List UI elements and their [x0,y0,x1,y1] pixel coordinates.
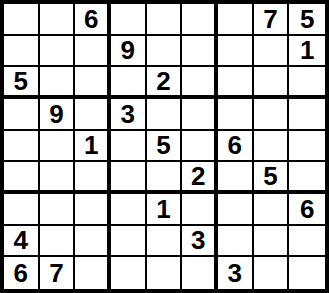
cell-r5c2[interactable] [40,131,76,163]
cell-r4c3[interactable] [75,99,111,131]
cell-r8c8[interactable] [254,226,290,258]
cell-r4c7[interactable] [218,99,254,131]
cell-r3c7[interactable] [218,67,254,99]
cell-r6c3[interactable] [75,162,111,194]
cell-r4c8[interactable] [254,99,290,131]
cell-r9c5[interactable] [147,257,183,289]
cell-r4c1[interactable] [4,99,40,131]
cell-r5c4[interactable] [111,131,147,163]
cell-r8c5[interactable] [147,226,183,258]
cell-r7c6[interactable] [182,194,218,226]
cell-r6c6[interactable]: 2 [182,162,218,194]
cell-r2c7[interactable] [218,36,254,68]
cell-r6c4[interactable] [111,162,147,194]
cell-r1c8[interactable]: 7 [254,4,290,36]
cell-r9c1[interactable]: 6 [4,257,40,289]
cell-r9c2[interactable]: 7 [40,257,76,289]
cell-r1c3[interactable]: 6 [75,4,111,36]
cell-r8c2[interactable] [40,226,76,258]
cell-r8c7[interactable] [218,226,254,258]
cell-r6c2[interactable] [40,162,76,194]
cell-r2c2[interactable] [40,36,76,68]
cell-r9c6[interactable] [182,257,218,289]
cell-r5c5[interactable]: 5 [147,131,183,163]
cell-r3c1[interactable]: 5 [4,67,40,99]
cell-r3c4[interactable] [111,67,147,99]
cell-r9c8[interactable] [254,257,290,289]
cell-r2c5[interactable] [147,36,183,68]
cell-r9c7[interactable]: 3 [218,257,254,289]
cell-r6c7[interactable] [218,162,254,194]
cell-r8c3[interactable] [75,226,111,258]
cell-r5c1[interactable] [4,131,40,163]
cell-r7c1[interactable] [4,194,40,226]
cell-r7c5[interactable]: 1 [147,194,183,226]
cell-r5c7[interactable]: 6 [218,131,254,163]
cell-r1c4[interactable] [111,4,147,36]
cell-r3c5[interactable]: 2 [147,67,183,99]
cell-r4c5[interactable] [147,99,183,131]
cell-r3c3[interactable] [75,67,111,99]
cell-r4c6[interactable] [182,99,218,131]
cell-r4c2[interactable]: 9 [40,99,76,131]
cell-r1c2[interactable] [40,4,76,36]
cell-r1c9[interactable]: 5 [289,4,325,36]
sudoku-board: 675915293156251643673 [0,0,329,293]
cell-r6c5[interactable] [147,162,183,194]
cell-r8c9[interactable] [289,226,325,258]
cell-r1c6[interactable] [182,4,218,36]
cell-r1c5[interactable] [147,4,183,36]
cell-r8c1[interactable]: 4 [4,226,40,258]
cell-r3c9[interactable] [289,67,325,99]
cell-r1c1[interactable] [4,4,40,36]
cell-r8c6[interactable]: 3 [182,226,218,258]
cell-r2c1[interactable] [4,36,40,68]
cell-r4c9[interactable] [289,99,325,131]
cell-r3c8[interactable] [254,67,290,99]
cell-r7c2[interactable] [40,194,76,226]
cell-r4c4[interactable]: 3 [111,99,147,131]
cell-r9c4[interactable] [111,257,147,289]
cell-r5c3[interactable]: 1 [75,131,111,163]
cell-r2c9[interactable]: 1 [289,36,325,68]
cell-r6c8[interactable]: 5 [254,162,290,194]
cell-r7c3[interactable] [75,194,111,226]
cell-r7c9[interactable]: 6 [289,194,325,226]
cell-r8c4[interactable] [111,226,147,258]
cell-r2c3[interactable] [75,36,111,68]
cell-r2c8[interactable] [254,36,290,68]
cell-r6c9[interactable] [289,162,325,194]
cell-r7c7[interactable] [218,194,254,226]
cell-r1c7[interactable] [218,4,254,36]
cell-r7c4[interactable] [111,194,147,226]
cell-r7c8[interactable] [254,194,290,226]
cell-r5c9[interactable] [289,131,325,163]
cell-r6c1[interactable] [4,162,40,194]
cell-r5c6[interactable] [182,131,218,163]
cell-r5c8[interactable] [254,131,290,163]
cell-r3c2[interactable] [40,67,76,99]
cell-r9c3[interactable] [75,257,111,289]
cell-r2c4[interactable]: 9 [111,36,147,68]
cell-r9c9[interactable] [289,257,325,289]
cell-r3c6[interactable] [182,67,218,99]
cell-r2c6[interactable] [182,36,218,68]
